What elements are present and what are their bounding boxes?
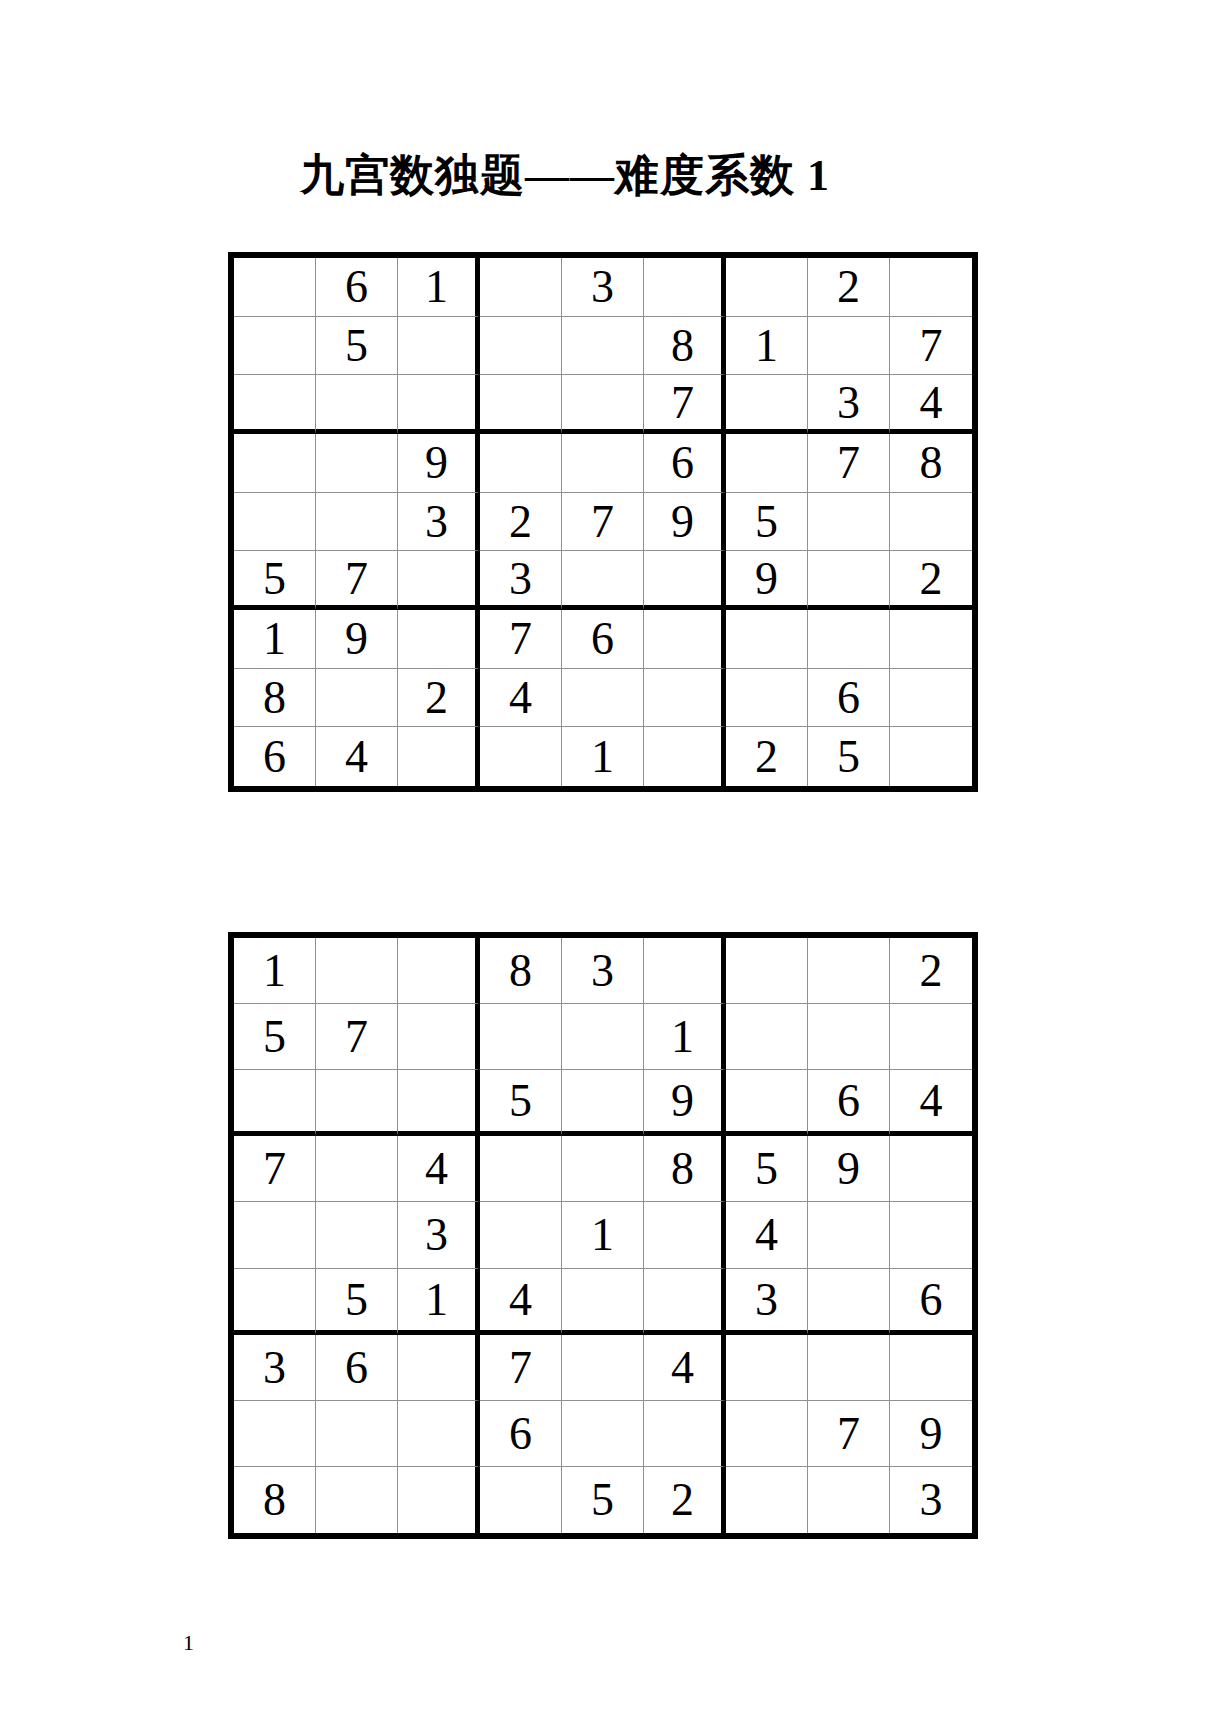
puzzle-2-cell-r5c1[interactable]: [234, 1202, 316, 1268]
puzzle-2-cell-r8c1[interactable]: [234, 1401, 316, 1467]
puzzle-1-cell-r9c7: 2: [726, 727, 808, 786]
worksheet-page: 九宫数独题——难度系数 1 61325817734967832795573921…: [0, 0, 1214, 1719]
puzzle-2-cell-r9c8[interactable]: [808, 1467, 890, 1533]
puzzle-2-cell-r2c9[interactable]: [890, 1004, 972, 1070]
puzzle-1-cell-r2c7: 1: [726, 317, 808, 376]
puzzle-2-cell-r2c1: 5: [234, 1004, 316, 1070]
puzzle-2-cell-r7c9[interactable]: [890, 1335, 972, 1401]
puzzle-2-cell-r6c2: 5: [316, 1269, 398, 1335]
puzzle-1-cell-r3c6: 7: [644, 375, 726, 434]
puzzle-2-cell-r4c8: 9: [808, 1136, 890, 1202]
puzzle-1-cell-r3c8: 3: [808, 375, 890, 434]
puzzle-2-cell-r8c6[interactable]: [644, 1401, 726, 1467]
puzzle-1-cell-r5c9[interactable]: [890, 493, 972, 552]
puzzle-2-cell-r7c3[interactable]: [398, 1335, 480, 1401]
puzzle-1-cell-r9c6[interactable]: [644, 727, 726, 786]
puzzle-1-cell-r4c2[interactable]: [316, 434, 398, 493]
puzzle-1-cell-r8c2[interactable]: [316, 669, 398, 728]
puzzle-2-cell-r1c4: 8: [480, 938, 562, 1004]
puzzle-1-cell-r5c3: 3: [398, 493, 480, 552]
puzzle-1-cell-r1c1[interactable]: [234, 258, 316, 317]
puzzle-1-cell-r2c5[interactable]: [562, 317, 644, 376]
puzzle-2-cell-r6c3: 1: [398, 1269, 480, 1335]
puzzle-1-cell-r2c3[interactable]: [398, 317, 480, 376]
puzzle-1-cell-r6c6[interactable]: [644, 551, 726, 610]
puzzle-1-cell-r7c7[interactable]: [726, 610, 808, 669]
puzzle-2-cell-r4c3: 4: [398, 1136, 480, 1202]
puzzle-1-cell-r7c3[interactable]: [398, 610, 480, 669]
puzzle-1-cell-r3c2[interactable]: [316, 375, 398, 434]
puzzle-2-cell-r2c7[interactable]: [726, 1004, 808, 1070]
puzzle-1-cell-r2c9: 7: [890, 317, 972, 376]
puzzle-2-cell-r4c7: 5: [726, 1136, 808, 1202]
puzzle-1-cell-r3c4[interactable]: [480, 375, 562, 434]
puzzle-2-cell-r2c5[interactable]: [562, 1004, 644, 1070]
puzzle-2-cell-r6c1[interactable]: [234, 1269, 316, 1335]
sudoku-grid-1: 61325817734967832795573921976824664125: [228, 252, 978, 792]
puzzle-1-cell-r8c7[interactable]: [726, 669, 808, 728]
puzzle-2-cell-r4c9[interactable]: [890, 1136, 972, 1202]
puzzle-2-cell-r9c9: 3: [890, 1467, 972, 1533]
puzzle-1-cell-r4c9: 8: [890, 434, 972, 493]
puzzle-2-cell-r6c6[interactable]: [644, 1269, 726, 1335]
puzzle-1-cell-r4c3: 9: [398, 434, 480, 493]
puzzle-1-cell-r8c4: 4: [480, 669, 562, 728]
puzzle-1-cell-r1c6[interactable]: [644, 258, 726, 317]
puzzle-1-cell-r7c9[interactable]: [890, 610, 972, 669]
puzzle-1-cell-r5c5: 7: [562, 493, 644, 552]
puzzle-2-cell-r2c4[interactable]: [480, 1004, 562, 1070]
puzzle-2-cell-r2c2: 7: [316, 1004, 398, 1070]
puzzle-2-cell-r4c4[interactable]: [480, 1136, 562, 1202]
puzzle-1-cell-r4c5[interactable]: [562, 434, 644, 493]
puzzle-1-cell-r6c2: 7: [316, 551, 398, 610]
puzzle-1-cell-r3c1[interactable]: [234, 375, 316, 434]
puzzle-1-cell-r7c1: 1: [234, 610, 316, 669]
puzzle-1-cell-r1c8: 2: [808, 258, 890, 317]
puzzle-1-cell-r1c5: 3: [562, 258, 644, 317]
sudoku-grid-2: 18325715964748593145143636746798523: [228, 932, 978, 1539]
puzzle-1-cell-r1c2: 6: [316, 258, 398, 317]
puzzle-1-cell-r3c7[interactable]: [726, 375, 808, 434]
puzzle-2-cell-r3c8: 6: [808, 1070, 890, 1136]
puzzle-2-cell-r2c6: 1: [644, 1004, 726, 1070]
puzzle-1-cell-r7c4: 7: [480, 610, 562, 669]
puzzle-1-cell-r1c7[interactable]: [726, 258, 808, 317]
puzzle-2-cell-r3c3[interactable]: [398, 1070, 480, 1136]
puzzle-1-cell-r3c5[interactable]: [562, 375, 644, 434]
puzzle-2-cell-r6c7: 3: [726, 1269, 808, 1335]
puzzle-2-cell-r6c5[interactable]: [562, 1269, 644, 1335]
puzzle-1-cell-r7c2: 9: [316, 610, 398, 669]
puzzle-2-cell-r9c5: 5: [562, 1467, 644, 1533]
puzzle-1-cell-r9c1: 6: [234, 727, 316, 786]
puzzle-1-cell-r8c6[interactable]: [644, 669, 726, 728]
puzzle-2-cell-r9c1: 8: [234, 1467, 316, 1533]
puzzle-2-cell-r1c9: 2: [890, 938, 972, 1004]
puzzle-2-cell-r5c4[interactable]: [480, 1202, 562, 1268]
puzzle-1-cell-r8c1: 8: [234, 669, 316, 728]
puzzle-2-cell-r1c1: 1: [234, 938, 316, 1004]
puzzle-2-cell-r1c8[interactable]: [808, 938, 890, 1004]
puzzle-1-cell-r5c7: 5: [726, 493, 808, 552]
puzzle-2-cell-r5c2[interactable]: [316, 1202, 398, 1268]
puzzle-1-cell-r9c9[interactable]: [890, 727, 972, 786]
puzzle-1-cell-r9c5: 1: [562, 727, 644, 786]
puzzle-1-cell-r4c8: 7: [808, 434, 890, 493]
puzzle-2-cell-r4c2[interactable]: [316, 1136, 398, 1202]
puzzle-2-cell-r1c6[interactable]: [644, 938, 726, 1004]
puzzle-2-cell-r5c6[interactable]: [644, 1202, 726, 1268]
puzzle-1-cell-r9c2: 4: [316, 727, 398, 786]
puzzle-1-cell-r1c4[interactable]: [480, 258, 562, 317]
puzzle-2-cell-r6c4: 4: [480, 1269, 562, 1335]
puzzle-2-cell-r5c5: 1: [562, 1202, 644, 1268]
puzzle-2-cell-r2c3[interactable]: [398, 1004, 480, 1070]
puzzle-1-cell-r7c5: 6: [562, 610, 644, 669]
puzzle-1-cell-r6c1: 5: [234, 551, 316, 610]
puzzle-2-cell-r1c2[interactable]: [316, 938, 398, 1004]
puzzle-2-cell-r4c1: 7: [234, 1136, 316, 1202]
puzzle-2-cell-r8c8: 7: [808, 1401, 890, 1467]
puzzle-1-cell-r6c8[interactable]: [808, 551, 890, 610]
puzzle-1-cell-r4c1[interactable]: [234, 434, 316, 493]
puzzle-2-cell-r3c1[interactable]: [234, 1070, 316, 1136]
puzzle-1-cell-r2c6: 8: [644, 317, 726, 376]
puzzle-1-cell-r9c4[interactable]: [480, 727, 562, 786]
puzzle-2-cell-r3c4: 5: [480, 1070, 562, 1136]
puzzle-2-cell-r9c3[interactable]: [398, 1467, 480, 1533]
puzzle-2-cell-r7c2: 6: [316, 1335, 398, 1401]
puzzle-2-cell-r1c5: 3: [562, 938, 644, 1004]
puzzle-1-cell-r3c3[interactable]: [398, 375, 480, 434]
puzzle-2-cell-r6c8[interactable]: [808, 1269, 890, 1335]
puzzle-1-cell-r5c8[interactable]: [808, 493, 890, 552]
puzzle-1-cell-r1c3: 1: [398, 258, 480, 317]
puzzle-2-cell-r1c7[interactable]: [726, 938, 808, 1004]
puzzle-1-cell-r6c7: 9: [726, 551, 808, 610]
puzzle-2-cell-r7c7[interactable]: [726, 1335, 808, 1401]
puzzle-1-cell-r5c4: 2: [480, 493, 562, 552]
puzzle-1-cell-r1c9[interactable]: [890, 258, 972, 317]
puzzle-1-cell-r6c5[interactable]: [562, 551, 644, 610]
puzzle-2-cell-r2c8[interactable]: [808, 1004, 890, 1070]
puzzle-2-cell-r7c8[interactable]: [808, 1335, 890, 1401]
puzzle-2-cell-r5c9[interactable]: [890, 1202, 972, 1268]
page-number: 1: [183, 1630, 194, 1656]
puzzle-1-cell-r4c4[interactable]: [480, 434, 562, 493]
puzzle-2-cell-r6c9: 6: [890, 1269, 972, 1335]
puzzle-1-cell-r6c4: 3: [480, 551, 562, 610]
puzzle-2-cell-r3c6: 9: [644, 1070, 726, 1136]
puzzle-1-cell-r2c1[interactable]: [234, 317, 316, 376]
puzzle-1-cell-r8c8: 6: [808, 669, 890, 728]
puzzle-2-cell-r7c5[interactable]: [562, 1335, 644, 1401]
puzzle-1-cell-r6c3[interactable]: [398, 551, 480, 610]
puzzle-1-cell-r5c6: 9: [644, 493, 726, 552]
puzzle-2-cell-r5c7: 4: [726, 1202, 808, 1268]
puzzle-2-cell-r4c5[interactable]: [562, 1136, 644, 1202]
puzzle-2-cell-r5c3: 3: [398, 1202, 480, 1268]
puzzle-1-cell-r9c8: 5: [808, 727, 890, 786]
puzzle-2-cell-r8c9: 9: [890, 1401, 972, 1467]
puzzle-1-cell-r8c5[interactable]: [562, 669, 644, 728]
puzzle-2-cell-r8c2[interactable]: [316, 1401, 398, 1467]
page-title: 九宫数独题——难度系数 1: [300, 150, 830, 203]
puzzle-1-cell-r7c6[interactable]: [644, 610, 726, 669]
puzzle-1-cell-r2c8[interactable]: [808, 317, 890, 376]
puzzle-2-cell-r9c2[interactable]: [316, 1467, 398, 1533]
puzzle-2-cell-r9c4[interactable]: [480, 1467, 562, 1533]
puzzle-2-cell-r9c6: 2: [644, 1467, 726, 1533]
puzzle-2-cell-r3c2[interactable]: [316, 1070, 398, 1136]
puzzle-1-cell-r2c2: 5: [316, 317, 398, 376]
puzzle-2-cell-r7c1: 3: [234, 1335, 316, 1401]
puzzle-2-cell-r7c4: 7: [480, 1335, 562, 1401]
puzzle-2-cell-r8c4: 6: [480, 1401, 562, 1467]
puzzle-1-cell-r5c2[interactable]: [316, 493, 398, 552]
puzzle-1-cell-r2c4[interactable]: [480, 317, 562, 376]
puzzle-2-cell-r3c9: 4: [890, 1070, 972, 1136]
puzzle-2-cell-r8c5[interactable]: [562, 1401, 644, 1467]
puzzle-1-cell-r7c8[interactable]: [808, 610, 890, 669]
puzzle-2-cell-r5c8[interactable]: [808, 1202, 890, 1268]
puzzle-2-cell-r9c7[interactable]: [726, 1467, 808, 1533]
puzzle-1-cell-r4c6: 6: [644, 434, 726, 493]
puzzle-2-cell-r3c7[interactable]: [726, 1070, 808, 1136]
puzzle-1-cell-r3c9: 4: [890, 375, 972, 434]
puzzle-1-cell-r5c1[interactable]: [234, 493, 316, 552]
puzzle-1-cell-r8c9[interactable]: [890, 669, 972, 728]
puzzle-2-cell-r1c3[interactable]: [398, 938, 480, 1004]
puzzle-1-cell-r4c7[interactable]: [726, 434, 808, 493]
puzzle-2-cell-r4c6: 8: [644, 1136, 726, 1202]
puzzle-1-cell-r8c3: 2: [398, 669, 480, 728]
puzzle-2-cell-r3c5[interactable]: [562, 1070, 644, 1136]
puzzle-2-cell-r8c3[interactable]: [398, 1401, 480, 1467]
puzzle-2-cell-r8c7[interactable]: [726, 1401, 808, 1467]
puzzle-1-cell-r9c3[interactable]: [398, 727, 480, 786]
puzzle-1-cell-r6c9: 2: [890, 551, 972, 610]
puzzle-2-cell-r7c6: 4: [644, 1335, 726, 1401]
